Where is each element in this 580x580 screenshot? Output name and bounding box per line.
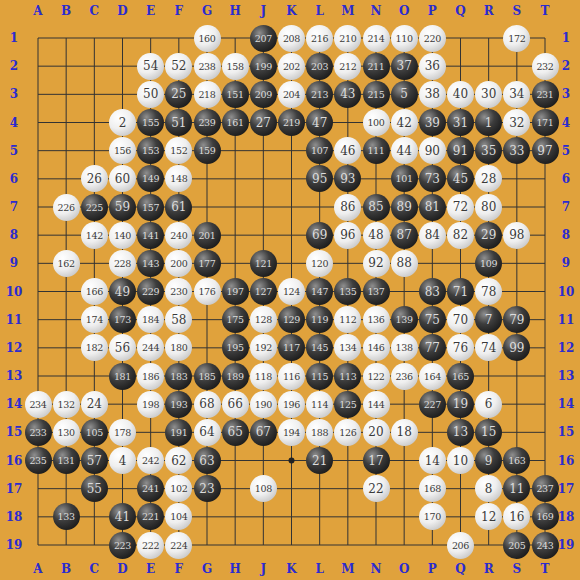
move-number: 215 bbox=[367, 89, 384, 100]
stone-N12-move-146[interactable]: 146 bbox=[363, 334, 390, 361]
move-number: 158 bbox=[227, 61, 244, 72]
stone-J11-move-128[interactable]: 128 bbox=[250, 306, 277, 333]
move-number: 193 bbox=[170, 399, 187, 410]
stone-E13-move-186[interactable]: 186 bbox=[137, 363, 164, 390]
row-label-left-3: 3 bbox=[3, 87, 25, 101]
stone-O13-move-236[interactable]: 236 bbox=[391, 363, 418, 390]
stone-Q16-move-10[interactable]: 10 bbox=[447, 447, 474, 474]
row-label-left-1: 1 bbox=[3, 31, 25, 45]
stone-G9-move-177[interactable]: 177 bbox=[194, 250, 221, 277]
stone-G17-move-23[interactable]: 23 bbox=[194, 475, 221, 502]
col-label-top-H: H bbox=[224, 4, 246, 18]
move-number: 83 bbox=[425, 285, 440, 299]
stone-E3-move-50[interactable]: 50 bbox=[137, 81, 164, 108]
stone-M1-move-210[interactable]: 210 bbox=[334, 25, 361, 52]
stone-P14-move-227[interactable]: 227 bbox=[419, 391, 446, 418]
move-number: 183 bbox=[170, 371, 187, 382]
move-number: 117 bbox=[283, 342, 300, 353]
stone-S3-move-34[interactable]: 34 bbox=[503, 81, 530, 108]
move-number: 137 bbox=[367, 286, 384, 297]
stone-O2-move-37[interactable]: 37 bbox=[391, 53, 418, 80]
stone-G5-move-159[interactable]: 159 bbox=[194, 137, 221, 164]
move-number: 91 bbox=[453, 144, 468, 158]
stone-E16-move-242[interactable]: 242 bbox=[137, 447, 164, 474]
stone-T17-move-237[interactable]: 237 bbox=[532, 475, 559, 502]
stone-E10-move-229[interactable]: 229 bbox=[137, 278, 164, 305]
stone-K13-move-116[interactable]: 116 bbox=[278, 363, 305, 390]
move-number: 220 bbox=[424, 33, 441, 44]
move-number: 56 bbox=[115, 341, 130, 355]
move-number: 72 bbox=[453, 200, 468, 214]
stone-A15-move-233[interactable]: 233 bbox=[25, 419, 52, 446]
stone-C17-move-55[interactable]: 55 bbox=[81, 475, 108, 502]
stone-P8-move-84[interactable]: 84 bbox=[419, 222, 446, 249]
col-label-bottom-T: T bbox=[534, 562, 556, 576]
stone-J3-move-209[interactable]: 209 bbox=[250, 81, 277, 108]
move-number: 27 bbox=[256, 116, 271, 130]
row-label-left-17: 17 bbox=[3, 482, 25, 496]
stone-E14-move-198[interactable]: 198 bbox=[137, 391, 164, 418]
stone-L16-move-21[interactable]: 21 bbox=[306, 447, 333, 474]
stone-T19-move-243[interactable]: 243 bbox=[532, 532, 559, 559]
stone-J13-move-118[interactable]: 118 bbox=[250, 363, 277, 390]
move-number: 4 bbox=[119, 454, 127, 468]
stone-R14-move-6[interactable]: 6 bbox=[475, 391, 502, 418]
stone-L13-move-115[interactable]: 115 bbox=[306, 363, 333, 390]
col-label-top-C: C bbox=[83, 4, 105, 18]
stone-L2-move-203[interactable]: 203 bbox=[306, 53, 333, 80]
stone-M13-move-113[interactable]: 113 bbox=[334, 363, 361, 390]
stone-O5-move-44[interactable]: 44 bbox=[391, 137, 418, 164]
move-number: 212 bbox=[339, 61, 356, 72]
move-number: 63 bbox=[199, 454, 214, 468]
move-number: 84 bbox=[425, 228, 440, 242]
stone-K4-move-219[interactable]: 219 bbox=[278, 109, 305, 136]
stone-B7-move-226[interactable]: 226 bbox=[53, 194, 80, 221]
stone-N10-move-137[interactable]: 137 bbox=[363, 278, 390, 305]
move-number: 133 bbox=[58, 511, 75, 522]
stone-C6-move-26[interactable]: 26 bbox=[81, 165, 108, 192]
move-number: 146 bbox=[367, 342, 384, 353]
move-number: 209 bbox=[255, 89, 272, 100]
stone-F14-move-193[interactable]: 193 bbox=[165, 391, 192, 418]
move-number: 62 bbox=[171, 454, 186, 468]
stone-N7-move-85[interactable]: 85 bbox=[363, 194, 390, 221]
stone-D4-move-2[interactable]: 2 bbox=[109, 109, 136, 136]
move-number: 54 bbox=[143, 59, 158, 73]
stone-P11-move-75[interactable]: 75 bbox=[419, 306, 446, 333]
move-number: 156 bbox=[114, 145, 131, 156]
stone-F7-move-61[interactable]: 61 bbox=[165, 194, 192, 221]
move-number: 171 bbox=[536, 117, 553, 128]
stone-B14-move-132[interactable]: 132 bbox=[53, 391, 80, 418]
move-number: 130 bbox=[58, 427, 75, 438]
stone-H4-move-161[interactable]: 161 bbox=[222, 109, 249, 136]
stone-P6-move-73[interactable]: 73 bbox=[419, 165, 446, 192]
move-number: 134 bbox=[339, 342, 356, 353]
stone-M8-move-96[interactable]: 96 bbox=[334, 222, 361, 249]
stone-C7-move-225[interactable]: 225 bbox=[81, 194, 108, 221]
move-number: 37 bbox=[397, 59, 412, 73]
stone-O11-move-139[interactable]: 139 bbox=[391, 306, 418, 333]
stone-J12-move-192[interactable]: 192 bbox=[250, 334, 277, 361]
stone-J2-move-199[interactable]: 199 bbox=[250, 53, 277, 80]
move-number: 203 bbox=[311, 61, 328, 72]
move-number: 28 bbox=[481, 172, 496, 186]
stone-J1-move-207[interactable]: 207 bbox=[250, 25, 277, 52]
row-label-left-2: 2 bbox=[3, 59, 25, 73]
stone-Q8-move-82[interactable]: 82 bbox=[447, 222, 474, 249]
stone-E9-move-143[interactable]: 143 bbox=[137, 250, 164, 277]
stone-G14-move-68[interactable]: 68 bbox=[194, 391, 221, 418]
stone-G2-move-238[interactable]: 238 bbox=[194, 53, 221, 80]
stone-R10-move-78[interactable]: 78 bbox=[475, 278, 502, 305]
move-number: 98 bbox=[509, 228, 524, 242]
stone-D16-move-4[interactable]: 4 bbox=[109, 447, 136, 474]
move-number: 121 bbox=[255, 258, 272, 269]
stone-O3-move-5[interactable]: 5 bbox=[391, 81, 418, 108]
stone-P18-move-170[interactable]: 170 bbox=[419, 503, 446, 530]
stone-H15-move-65[interactable]: 65 bbox=[222, 419, 249, 446]
stone-G13-move-185[interactable]: 185 bbox=[194, 363, 221, 390]
col-label-top-Q: Q bbox=[450, 4, 472, 18]
stone-Q13-move-165[interactable]: 165 bbox=[447, 363, 474, 390]
stone-G16-move-63[interactable]: 63 bbox=[194, 447, 221, 474]
stone-T4-move-171[interactable]: 171 bbox=[532, 109, 559, 136]
stone-E7-move-157[interactable]: 157 bbox=[137, 194, 164, 221]
stone-N15-move-20[interactable]: 20 bbox=[363, 419, 390, 446]
stone-L1-move-216[interactable]: 216 bbox=[306, 25, 333, 52]
stone-S1-move-172[interactable]: 172 bbox=[503, 25, 530, 52]
stone-K14-move-196[interactable]: 196 bbox=[278, 391, 305, 418]
stone-E8-move-141[interactable]: 141 bbox=[137, 222, 164, 249]
col-label-top-M: M bbox=[337, 4, 359, 18]
stone-B15-move-130[interactable]: 130 bbox=[53, 419, 80, 446]
row-label-left-16: 16 bbox=[3, 454, 25, 468]
stone-K15-move-194[interactable]: 194 bbox=[278, 419, 305, 446]
move-number: 211 bbox=[367, 61, 384, 72]
stone-G15-move-64[interactable]: 64 bbox=[194, 419, 221, 446]
col-label-top-B: B bbox=[55, 4, 77, 18]
move-number: 195 bbox=[227, 342, 244, 353]
stone-F15-move-191[interactable]: 191 bbox=[165, 419, 192, 446]
stone-J10-move-127[interactable]: 127 bbox=[250, 278, 277, 305]
move-number: 149 bbox=[142, 173, 159, 184]
stone-D5-move-156[interactable]: 156 bbox=[109, 137, 136, 164]
stone-Q15-move-13[interactable]: 13 bbox=[447, 419, 474, 446]
stone-F2-move-52[interactable]: 52 bbox=[165, 53, 192, 80]
move-number: 31 bbox=[453, 116, 468, 130]
stone-O15-move-18[interactable]: 18 bbox=[391, 419, 418, 446]
move-number: 104 bbox=[170, 511, 187, 522]
stone-H12-move-195[interactable]: 195 bbox=[222, 334, 249, 361]
stone-K3-move-204[interactable]: 204 bbox=[278, 81, 305, 108]
stone-N4-move-100[interactable]: 100 bbox=[363, 109, 390, 136]
stone-P13-move-164[interactable]: 164 bbox=[419, 363, 446, 390]
stone-R8-move-29[interactable]: 29 bbox=[475, 222, 502, 249]
stone-F13-move-183[interactable]: 183 bbox=[165, 363, 192, 390]
stone-L14-move-114[interactable]: 114 bbox=[306, 391, 333, 418]
stone-N1-move-214[interactable]: 214 bbox=[363, 25, 390, 52]
stone-K11-move-129[interactable]: 129 bbox=[278, 306, 305, 333]
stone-J4-move-27[interactable]: 27 bbox=[250, 109, 277, 136]
move-number: 33 bbox=[509, 144, 524, 158]
stone-T18-move-169[interactable]: 169 bbox=[532, 503, 559, 530]
stone-A14-move-234[interactable]: 234 bbox=[25, 391, 52, 418]
stone-P7-move-81[interactable]: 81 bbox=[419, 194, 446, 221]
stone-M15-move-126[interactable]: 126 bbox=[334, 419, 361, 446]
stone-C8-move-142[interactable]: 142 bbox=[81, 222, 108, 249]
stone-Q3-move-40[interactable]: 40 bbox=[447, 81, 474, 108]
move-number: 80 bbox=[481, 200, 496, 214]
stone-M3-move-43[interactable]: 43 bbox=[334, 81, 361, 108]
move-number: 196 bbox=[283, 399, 300, 410]
move-number: 230 bbox=[170, 286, 187, 297]
stone-L4-move-47[interactable]: 47 bbox=[306, 109, 333, 136]
move-number: 48 bbox=[368, 228, 383, 242]
stone-N16-move-17[interactable]: 17 bbox=[363, 447, 390, 474]
stone-C10-move-166[interactable]: 166 bbox=[81, 278, 108, 305]
col-label-bottom-J: J bbox=[252, 562, 274, 576]
move-number: 34 bbox=[509, 87, 524, 101]
stone-Q10-move-71[interactable]: 71 bbox=[447, 278, 474, 305]
move-number: 231 bbox=[536, 89, 553, 100]
col-label-bottom-L: L bbox=[309, 562, 331, 576]
stone-D15-move-178[interactable]: 178 bbox=[109, 419, 136, 446]
stone-D7-move-59[interactable]: 59 bbox=[109, 194, 136, 221]
stone-P4-move-39[interactable]: 39 bbox=[419, 109, 446, 136]
col-label-bottom-E: E bbox=[140, 562, 162, 576]
move-number: 135 bbox=[339, 286, 356, 297]
move-number: 147 bbox=[311, 286, 328, 297]
move-number: 157 bbox=[142, 202, 159, 213]
row-label-left-12: 12 bbox=[3, 341, 25, 355]
row-label-left-7: 7 bbox=[3, 200, 25, 214]
stone-P10-move-83[interactable]: 83 bbox=[419, 278, 446, 305]
move-number: 142 bbox=[86, 230, 103, 241]
stone-J17-move-108[interactable]: 108 bbox=[250, 475, 277, 502]
col-label-top-P: P bbox=[421, 4, 443, 18]
stone-L15-move-188[interactable]: 188 bbox=[306, 419, 333, 446]
stone-C14-move-24[interactable]: 24 bbox=[81, 391, 108, 418]
stone-B16-move-131[interactable]: 131 bbox=[53, 447, 80, 474]
move-number: 100 bbox=[367, 117, 384, 128]
stone-J15-move-67[interactable]: 67 bbox=[250, 419, 277, 446]
move-number: 8 bbox=[485, 482, 493, 496]
move-number: 139 bbox=[396, 314, 413, 325]
stone-Q14-move-19[interactable]: 19 bbox=[447, 391, 474, 418]
stone-F8-move-240[interactable]: 240 bbox=[165, 222, 192, 249]
stone-H2-move-158[interactable]: 158 bbox=[222, 53, 249, 80]
stone-C15-move-105[interactable]: 105 bbox=[81, 419, 108, 446]
stone-P3-move-38[interactable]: 38 bbox=[419, 81, 446, 108]
stone-E19-move-222[interactable]: 222 bbox=[137, 532, 164, 559]
stone-H10-move-197[interactable]: 197 bbox=[222, 278, 249, 305]
move-number: 213 bbox=[311, 89, 328, 100]
move-number: 124 bbox=[283, 286, 300, 297]
stone-S19-move-205[interactable]: 205 bbox=[503, 532, 530, 559]
stone-P5-move-90[interactable]: 90 bbox=[419, 137, 446, 164]
stone-F3-move-25[interactable]: 25 bbox=[165, 81, 192, 108]
move-number: 101 bbox=[396, 173, 413, 184]
stone-K10-move-124[interactable]: 124 bbox=[278, 278, 305, 305]
stone-N14-move-144[interactable]: 144 bbox=[363, 391, 390, 418]
move-number: 44 bbox=[397, 144, 412, 158]
stone-E4-move-155[interactable]: 155 bbox=[137, 109, 164, 136]
move-number: 178 bbox=[114, 427, 131, 438]
move-number: 168 bbox=[424, 483, 441, 494]
stone-D8-move-140[interactable]: 140 bbox=[109, 222, 136, 249]
stone-F9-move-200[interactable]: 200 bbox=[165, 250, 192, 277]
stone-M14-move-125[interactable]: 125 bbox=[334, 391, 361, 418]
move-number: 93 bbox=[340, 172, 355, 186]
stone-O1-move-110[interactable]: 110 bbox=[391, 25, 418, 52]
stone-N2-move-211[interactable]: 211 bbox=[363, 53, 390, 80]
stone-Q7-move-72[interactable]: 72 bbox=[447, 194, 474, 221]
row-label-left-5: 5 bbox=[3, 144, 25, 158]
move-number: 141 bbox=[142, 230, 159, 241]
stone-J9-move-121[interactable]: 121 bbox=[250, 250, 277, 277]
row-label-left-8: 8 bbox=[3, 228, 25, 242]
stone-H3-move-151[interactable]: 151 bbox=[222, 81, 249, 108]
move-number: 66 bbox=[228, 397, 243, 411]
stone-Q19-move-206[interactable]: 206 bbox=[447, 532, 474, 559]
stone-N3-move-215[interactable]: 215 bbox=[363, 81, 390, 108]
stone-P2-move-36[interactable]: 36 bbox=[419, 53, 446, 80]
move-number: 164 bbox=[424, 371, 441, 382]
col-label-bottom-H: H bbox=[224, 562, 246, 576]
stone-G8-move-201[interactable]: 201 bbox=[194, 222, 221, 249]
move-number: 45 bbox=[453, 172, 468, 186]
stone-C11-move-174[interactable]: 174 bbox=[81, 306, 108, 333]
move-number: 233 bbox=[29, 427, 46, 438]
stone-A16-move-235[interactable]: 235 bbox=[25, 447, 52, 474]
stone-H14-move-66[interactable]: 66 bbox=[222, 391, 249, 418]
stone-D13-move-181[interactable]: 181 bbox=[109, 363, 136, 390]
stone-E2-move-54[interactable]: 54 bbox=[137, 53, 164, 80]
stone-R15-move-15[interactable]: 15 bbox=[475, 419, 502, 446]
stone-O8-move-87[interactable]: 87 bbox=[391, 222, 418, 249]
move-number: 5 bbox=[400, 87, 408, 101]
col-label-top-O: O bbox=[393, 4, 415, 18]
stone-H13-move-189[interactable]: 189 bbox=[222, 363, 249, 390]
stone-N8-move-48[interactable]: 48 bbox=[363, 222, 390, 249]
stone-G10-move-176[interactable]: 176 bbox=[194, 278, 221, 305]
stone-D19-move-223[interactable]: 223 bbox=[109, 532, 136, 559]
stone-T3-move-231[interactable]: 231 bbox=[532, 81, 559, 108]
move-number: 76 bbox=[453, 341, 468, 355]
stone-P16-move-14[interactable]: 14 bbox=[419, 447, 446, 474]
stone-R3-move-30[interactable]: 30 bbox=[475, 81, 502, 108]
stone-G3-move-218[interactable]: 218 bbox=[194, 81, 221, 108]
move-number: 126 bbox=[339, 427, 356, 438]
stone-D11-move-173[interactable]: 173 bbox=[109, 306, 136, 333]
stone-P17-move-168[interactable]: 168 bbox=[419, 475, 446, 502]
col-label-top-F: F bbox=[168, 4, 190, 18]
stone-B18-move-133[interactable]: 133 bbox=[53, 503, 80, 530]
stone-T2-move-232[interactable]: 232 bbox=[532, 53, 559, 80]
stone-R9-move-109[interactable]: 109 bbox=[475, 250, 502, 277]
stone-T5-move-97[interactable]: 97 bbox=[532, 137, 559, 164]
stone-L3-move-213[interactable]: 213 bbox=[306, 81, 333, 108]
stone-B9-move-162[interactable]: 162 bbox=[53, 250, 80, 277]
stone-G1-move-160[interactable]: 160 bbox=[194, 25, 221, 52]
move-number: 243 bbox=[536, 540, 553, 551]
move-number: 24 bbox=[87, 397, 102, 411]
stone-H11-move-175[interactable]: 175 bbox=[222, 306, 249, 333]
col-label-top-R: R bbox=[478, 4, 500, 18]
move-number: 225 bbox=[86, 202, 103, 213]
stone-N5-move-111[interactable]: 111 bbox=[363, 137, 390, 164]
stone-R16-move-9[interactable]: 9 bbox=[475, 447, 502, 474]
move-number: 32 bbox=[509, 116, 524, 130]
move-number: 107 bbox=[311, 145, 328, 156]
stone-O4-move-42[interactable]: 42 bbox=[391, 109, 418, 136]
move-number: 47 bbox=[312, 116, 327, 130]
stone-L9-move-120[interactable]: 120 bbox=[306, 250, 333, 277]
move-number: 122 bbox=[367, 371, 384, 382]
stone-M7-move-86[interactable]: 86 bbox=[334, 194, 361, 221]
move-number: 89 bbox=[397, 200, 412, 214]
stone-J14-move-190[interactable]: 190 bbox=[250, 391, 277, 418]
move-number: 9 bbox=[485, 454, 493, 468]
stone-O7-move-89[interactable]: 89 bbox=[391, 194, 418, 221]
stone-R4-move-1[interactable]: 1 bbox=[475, 109, 502, 136]
move-number: 50 bbox=[143, 87, 158, 101]
stone-K1-move-208[interactable]: 208 bbox=[278, 25, 305, 52]
move-number: 51 bbox=[171, 116, 186, 130]
stone-N17-move-22[interactable]: 22 bbox=[363, 475, 390, 502]
row-label-right-14: 14 bbox=[555, 397, 577, 411]
stone-L10-move-147[interactable]: 147 bbox=[306, 278, 333, 305]
stone-S8-move-98[interactable]: 98 bbox=[503, 222, 530, 249]
stone-R7-move-80[interactable]: 80 bbox=[475, 194, 502, 221]
stone-Q4-move-31[interactable]: 31 bbox=[447, 109, 474, 136]
move-number: 120 bbox=[311, 258, 328, 269]
stone-O12-move-138[interactable]: 138 bbox=[391, 334, 418, 361]
move-number: 234 bbox=[29, 399, 46, 410]
stone-P12-move-77[interactable]: 77 bbox=[419, 334, 446, 361]
stone-K2-move-202[interactable]: 202 bbox=[278, 53, 305, 80]
move-number: 13 bbox=[453, 425, 468, 439]
stone-N9-move-92[interactable]: 92 bbox=[363, 250, 390, 277]
stone-O6-move-101[interactable]: 101 bbox=[391, 165, 418, 192]
stone-M2-move-212[interactable]: 212 bbox=[334, 53, 361, 80]
stone-C12-move-182[interactable]: 182 bbox=[81, 334, 108, 361]
move-number: 109 bbox=[480, 258, 497, 269]
stone-N11-move-136[interactable]: 136 bbox=[363, 306, 390, 333]
stone-Q5-move-91[interactable]: 91 bbox=[447, 137, 474, 164]
stone-O9-move-88[interactable]: 88 bbox=[391, 250, 418, 277]
col-label-top-S: S bbox=[506, 4, 528, 18]
stone-Q11-move-70[interactable]: 70 bbox=[447, 306, 474, 333]
col-label-bottom-F: F bbox=[168, 562, 190, 576]
go-board[interactable]: ABCDEFGHJKLMNOPQRST ABCDEFGHJKLMNOPQRST … bbox=[0, 0, 580, 580]
stone-N13-move-122[interactable]: 122 bbox=[363, 363, 390, 390]
move-number: 36 bbox=[425, 59, 440, 73]
row-label-right-12: 12 bbox=[555, 341, 577, 355]
stone-C16-move-57[interactable]: 57 bbox=[81, 447, 108, 474]
move-number: 113 bbox=[339, 371, 356, 382]
stone-G4-move-239[interactable]: 239 bbox=[194, 109, 221, 136]
stone-P1-move-220[interactable]: 220 bbox=[419, 25, 446, 52]
move-number: 11 bbox=[509, 482, 524, 496]
stone-F19-move-224[interactable]: 224 bbox=[165, 532, 192, 559]
stone-D9-move-228[interactable]: 228 bbox=[109, 250, 136, 277]
stone-L8-move-69[interactable]: 69 bbox=[306, 222, 333, 249]
move-number: 79 bbox=[509, 313, 524, 327]
stone-D10-move-49[interactable]: 49 bbox=[109, 278, 136, 305]
